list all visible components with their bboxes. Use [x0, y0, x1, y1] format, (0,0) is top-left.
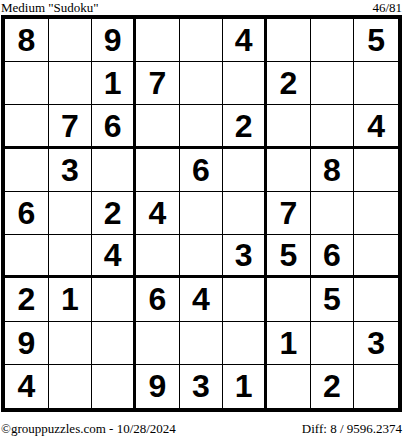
cell-r7c3[interactable] — [92, 278, 136, 321]
cell-r2c1[interactable] — [5, 62, 49, 105]
cell-r6c3[interactable]: 4 — [92, 235, 136, 278]
cell-r7c4[interactable]: 6 — [136, 278, 180, 321]
cell-r3c6[interactable]: 2 — [223, 105, 267, 148]
cell-r1c4[interactable] — [136, 19, 180, 62]
cell-r3c4[interactable] — [136, 105, 180, 148]
cell-r9c2[interactable] — [49, 365, 93, 408]
cell-r2c2[interactable] — [49, 62, 93, 105]
cell-r9c5[interactable]: 3 — [180, 365, 224, 408]
cell-r3c8[interactable] — [311, 105, 355, 148]
cell-r2c4[interactable]: 7 — [136, 62, 180, 105]
cell-r3c9[interactable]: 4 — [354, 105, 398, 148]
cell-r5c5[interactable] — [180, 192, 224, 235]
cell-r9c9[interactable] — [354, 365, 398, 408]
cell-r9c1[interactable]: 4 — [5, 365, 49, 408]
cell-r8c6[interactable] — [223, 322, 267, 365]
cell-r7c9[interactable] — [354, 278, 398, 321]
footer: ©grouppuzzles.com - 10/28/2024 Diff: 8 /… — [1, 421, 402, 436]
cell-r9c4[interactable]: 9 — [136, 365, 180, 408]
copyright-text: ©grouppuzzles.com - 10/28/2024 — [1, 421, 176, 436]
cell-r8c9[interactable]: 3 — [354, 322, 398, 365]
cell-r8c1[interactable]: 9 — [5, 322, 49, 365]
cell-r4c5[interactable]: 6 — [180, 149, 224, 192]
cell-r1c8[interactable] — [311, 19, 355, 62]
cell-r3c7[interactable] — [267, 105, 311, 148]
cell-r1c3[interactable]: 9 — [92, 19, 136, 62]
cell-r1c1[interactable]: 8 — [5, 19, 49, 62]
cell-r7c5[interactable]: 4 — [180, 278, 224, 321]
cell-r6c1[interactable] — [5, 235, 49, 278]
cell-r5c9[interactable] — [354, 192, 398, 235]
sudoku-board: 89451727624368624743562164591349312 — [1, 15, 402, 412]
cell-r7c7[interactable] — [267, 278, 311, 321]
cell-r5c8[interactable] — [311, 192, 355, 235]
cell-r7c2[interactable]: 1 — [49, 278, 93, 321]
cell-r2c3[interactable]: 1 — [92, 62, 136, 105]
cell-r8c3[interactable] — [92, 322, 136, 365]
cell-r6c8[interactable]: 6 — [311, 235, 355, 278]
cell-r1c6[interactable]: 4 — [223, 19, 267, 62]
difficulty-text: Diff: 8 / 9596.2374 — [302, 421, 402, 436]
sudoku-page: Medium "Sudoku" 46/81 894517276243686247… — [0, 0, 403, 437]
cell-r3c2[interactable]: 7 — [49, 105, 93, 148]
cell-r5c1[interactable]: 6 — [5, 192, 49, 235]
cell-r8c8[interactable] — [311, 322, 355, 365]
cell-r8c5[interactable] — [180, 322, 224, 365]
cell-r4c6[interactable] — [223, 149, 267, 192]
puzzle-title: Medium "Sudoku" — [1, 0, 99, 15]
cell-r5c3[interactable]: 2 — [92, 192, 136, 235]
cell-r4c2[interactable]: 3 — [49, 149, 93, 192]
cell-r1c2[interactable] — [49, 19, 93, 62]
cell-r2c6[interactable] — [223, 62, 267, 105]
cell-r9c6[interactable]: 1 — [223, 365, 267, 408]
cell-r8c2[interactable] — [49, 322, 93, 365]
empty-cell-counter: 46/81 — [372, 0, 402, 15]
cell-r8c7[interactable]: 1 — [267, 322, 311, 365]
cell-r2c8[interactable] — [311, 62, 355, 105]
cell-r2c9[interactable] — [354, 62, 398, 105]
cell-r5c7[interactable]: 7 — [267, 192, 311, 235]
cell-r7c1[interactable]: 2 — [5, 278, 49, 321]
cell-r6c2[interactable] — [49, 235, 93, 278]
cell-r7c6[interactable] — [223, 278, 267, 321]
cell-r4c1[interactable] — [5, 149, 49, 192]
cell-r2c5[interactable] — [180, 62, 224, 105]
cell-r5c6[interactable] — [223, 192, 267, 235]
cell-r4c7[interactable] — [267, 149, 311, 192]
cell-r9c7[interactable] — [267, 365, 311, 408]
cell-r3c5[interactable] — [180, 105, 224, 148]
cell-r6c7[interactable]: 5 — [267, 235, 311, 278]
cell-r9c8[interactable]: 2 — [311, 365, 355, 408]
cell-r7c8[interactable]: 5 — [311, 278, 355, 321]
header: Medium "Sudoku" 46/81 — [1, 0, 402, 15]
cell-r4c4[interactable] — [136, 149, 180, 192]
cell-r8c4[interactable] — [136, 322, 180, 365]
cell-r3c3[interactable]: 6 — [92, 105, 136, 148]
cell-r4c9[interactable] — [354, 149, 398, 192]
cell-r2c7[interactable]: 2 — [267, 62, 311, 105]
cell-r5c2[interactable] — [49, 192, 93, 235]
cell-r1c9[interactable]: 5 — [354, 19, 398, 62]
cell-r6c4[interactable] — [136, 235, 180, 278]
cell-r1c7[interactable] — [267, 19, 311, 62]
cell-r4c3[interactable] — [92, 149, 136, 192]
cell-r9c3[interactable] — [92, 365, 136, 408]
cell-r6c6[interactable]: 3 — [223, 235, 267, 278]
cell-r4c8[interactable]: 8 — [311, 149, 355, 192]
cell-r3c1[interactable] — [5, 105, 49, 148]
cell-r1c5[interactable] — [180, 19, 224, 62]
cell-r6c5[interactable] — [180, 235, 224, 278]
cell-r5c4[interactable]: 4 — [136, 192, 180, 235]
cell-r6c9[interactable] — [354, 235, 398, 278]
